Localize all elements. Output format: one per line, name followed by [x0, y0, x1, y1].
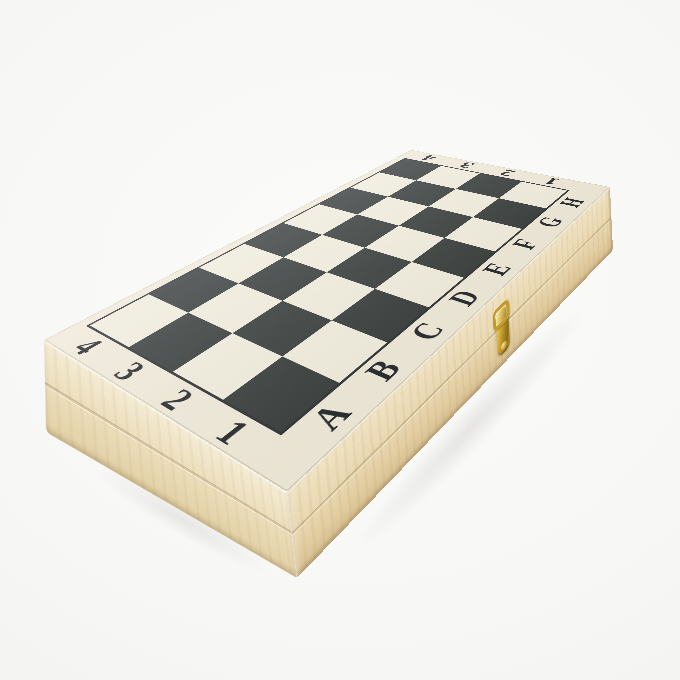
clasp-latch — [492, 296, 514, 363]
rank-label-left-2: 2 — [129, 370, 224, 433]
product-photo-stage: ABCDEFGH 4321 4321 — [0, 0, 680, 680]
rank-label-right-4: 4 — [407, 150, 450, 167]
